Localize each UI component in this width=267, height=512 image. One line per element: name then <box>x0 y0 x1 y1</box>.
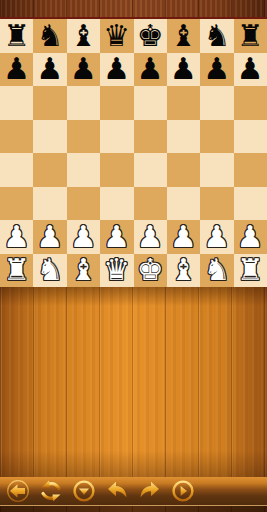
square-e6[interactable] <box>134 86 167 120</box>
square-g1[interactable]: ♞ <box>200 254 233 288</box>
white-rook: ♜ <box>237 255 264 285</box>
square-h5[interactable] <box>234 120 267 154</box>
square-d5[interactable] <box>100 120 133 154</box>
square-f5[interactable] <box>167 120 200 154</box>
back-icon <box>6 479 30 503</box>
square-f2[interactable]: ♟ <box>167 220 200 254</box>
redo-button[interactable] <box>133 477 166 505</box>
bottom-wood-strip <box>0 505 267 512</box>
white-bishop: ♝ <box>170 255 197 285</box>
white-pawn: ♟ <box>103 222 130 252</box>
square-f1[interactable]: ♝ <box>167 254 200 288</box>
square-b1[interactable]: ♞ <box>33 254 66 288</box>
square-a8[interactable]: ♜ <box>0 19 33 53</box>
square-f4[interactable] <box>167 153 200 187</box>
down-icon <box>72 479 96 503</box>
square-c4[interactable] <box>67 153 100 187</box>
square-b6[interactable] <box>33 86 66 120</box>
square-e4[interactable] <box>134 153 167 187</box>
black-pawn: ♟ <box>170 54 197 84</box>
top-wood-strip <box>0 0 267 19</box>
black-bishop: ♝ <box>170 21 197 51</box>
square-g7[interactable]: ♟ <box>200 53 233 87</box>
square-b7[interactable]: ♟ <box>33 53 66 87</box>
square-e3[interactable] <box>134 187 167 221</box>
white-pawn: ♟ <box>3 222 30 252</box>
black-bishop: ♝ <box>70 21 97 51</box>
square-b4[interactable] <box>33 153 66 187</box>
square-e8[interactable]: ♚ <box>134 19 167 53</box>
black-rook: ♜ <box>3 21 30 51</box>
square-a3[interactable] <box>0 187 33 221</box>
white-pawn: ♟ <box>70 222 97 252</box>
white-rook: ♜ <box>3 255 30 285</box>
square-g6[interactable] <box>200 86 233 120</box>
square-c6[interactable] <box>67 86 100 120</box>
white-pawn: ♟ <box>37 222 64 252</box>
square-b5[interactable] <box>33 120 66 154</box>
white-bishop: ♝ <box>70 255 97 285</box>
square-g2[interactable]: ♟ <box>200 220 233 254</box>
square-g5[interactable] <box>200 120 233 154</box>
play-icon <box>171 479 195 503</box>
black-knight: ♞ <box>203 21 230 51</box>
restart-button[interactable] <box>34 477 67 505</box>
undo-icon <box>105 479 129 503</box>
square-d2[interactable]: ♟ <box>100 220 133 254</box>
square-c7[interactable]: ♟ <box>67 53 100 87</box>
black-pawn: ♟ <box>37 54 64 84</box>
white-knight: ♞ <box>37 255 64 285</box>
square-f8[interactable]: ♝ <box>167 19 200 53</box>
square-d6[interactable] <box>100 86 133 120</box>
square-h7[interactable]: ♟ <box>234 53 267 87</box>
down-button[interactable] <box>67 477 100 505</box>
black-rook: ♜ <box>237 21 264 51</box>
square-h3[interactable] <box>234 187 267 221</box>
square-f6[interactable] <box>167 86 200 120</box>
square-c1[interactable]: ♝ <box>67 254 100 288</box>
chess-app-screen: ♜♞♝♛♚♝♞♜♟♟♟♟♟♟♟♟♟♟♟♟♟♟♟♟♜♞♝♛♚♝♞♜ <box>0 0 267 512</box>
square-a2[interactable]: ♟ <box>0 220 33 254</box>
black-pawn: ♟ <box>3 54 30 84</box>
black-pawn: ♟ <box>237 54 264 84</box>
square-d8[interactable]: ♛ <box>100 19 133 53</box>
restart-icon <box>39 479 63 503</box>
undo-button[interactable] <box>100 477 133 505</box>
black-pawn: ♟ <box>103 54 130 84</box>
white-knight: ♞ <box>203 255 230 285</box>
square-d3[interactable] <box>100 187 133 221</box>
black-knight: ♞ <box>37 21 64 51</box>
play-button[interactable] <box>166 477 199 505</box>
square-a7[interactable]: ♟ <box>0 53 33 87</box>
chess-board: ♜♞♝♛♚♝♞♜♟♟♟♟♟♟♟♟♟♟♟♟♟♟♟♟♜♞♝♛♚♝♞♜ <box>0 19 267 287</box>
square-e1[interactable]: ♚ <box>134 254 167 288</box>
back-button[interactable] <box>1 477 34 505</box>
white-queen: ♛ <box>103 255 130 285</box>
square-f3[interactable] <box>167 187 200 221</box>
redo-icon <box>138 479 162 503</box>
square-g3[interactable] <box>200 187 233 221</box>
black-queen: ♛ <box>103 21 130 51</box>
square-b8[interactable]: ♞ <box>33 19 66 53</box>
square-g4[interactable] <box>200 153 233 187</box>
white-pawn: ♟ <box>137 222 164 252</box>
square-c5[interactable] <box>67 120 100 154</box>
white-king: ♚ <box>137 255 164 285</box>
square-d7[interactable]: ♟ <box>100 53 133 87</box>
square-h1[interactable]: ♜ <box>234 254 267 288</box>
square-a1[interactable]: ♜ <box>0 254 33 288</box>
square-c3[interactable] <box>67 187 100 221</box>
square-d1[interactable]: ♛ <box>100 254 133 288</box>
toolbar <box>0 477 267 505</box>
white-pawn: ♟ <box>237 222 264 252</box>
square-c8[interactable]: ♝ <box>67 19 100 53</box>
black-pawn: ♟ <box>137 54 164 84</box>
black-pawn: ♟ <box>70 54 97 84</box>
square-c2[interactable]: ♟ <box>67 220 100 254</box>
square-h6[interactable] <box>234 86 267 120</box>
square-a4[interactable] <box>0 153 33 187</box>
black-pawn: ♟ <box>203 54 230 84</box>
square-a6[interactable] <box>0 86 33 120</box>
square-b2[interactable]: ♟ <box>33 220 66 254</box>
white-pawn: ♟ <box>203 222 230 252</box>
square-d4[interactable] <box>100 153 133 187</box>
square-a5[interactable] <box>0 120 33 154</box>
square-h8[interactable]: ♜ <box>234 19 267 53</box>
black-king: ♚ <box>137 21 164 51</box>
wood-background <box>0 287 267 477</box>
square-e2[interactable]: ♟ <box>134 220 167 254</box>
square-f7[interactable]: ♟ <box>167 53 200 87</box>
square-g8[interactable]: ♞ <box>200 19 233 53</box>
white-pawn: ♟ <box>170 222 197 252</box>
square-e7[interactable]: ♟ <box>134 53 167 87</box>
square-h2[interactable]: ♟ <box>234 220 267 254</box>
square-b3[interactable] <box>33 187 66 221</box>
square-h4[interactable] <box>234 153 267 187</box>
square-e5[interactable] <box>134 120 167 154</box>
